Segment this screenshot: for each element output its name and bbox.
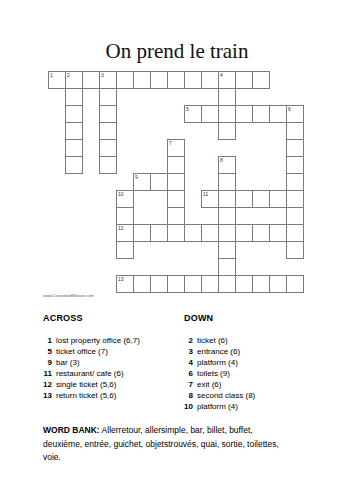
clue-down-3: 3entrance (6)	[183, 346, 323, 357]
grid-cell-r12c12[interactable]	[252, 275, 270, 293]
clue-text: ticket (6)	[197, 335, 228, 346]
cell-number-11: 11	[203, 191, 208, 197]
clue-across-9: 9bar (3)	[42, 357, 182, 368]
cell-number-12: 12	[118, 225, 124, 231]
clue-text: second class (8)	[197, 390, 255, 401]
cell-number-7: 7	[169, 140, 172, 146]
cell-number-13: 13	[118, 276, 124, 282]
grid-cell-r8c7[interactable]	[167, 207, 185, 225]
across-clues-section: ACROSS 1lost property office (6,7)5ticke…	[42, 313, 182, 401]
clue-down-6: 6toilets (9)	[183, 368, 323, 379]
clue-across-13: 13return ticket (5,6)	[42, 390, 182, 401]
clue-down-7: 7exit (6)	[183, 379, 323, 390]
grid-cell-r12c13[interactable]	[269, 275, 287, 293]
grid-cell-r5c7[interactable]	[167, 156, 185, 174]
grid-cell-r12c9[interactable]	[201, 275, 219, 293]
cell-number-2: 2	[67, 72, 70, 78]
clue-text: restaurant/ cafe (6)	[56, 368, 124, 379]
grid-cell-r9c10[interactable]	[218, 224, 236, 242]
grid-cell-r0c7[interactable]	[167, 71, 185, 89]
grid-cell-r3c14[interactable]	[286, 122, 304, 140]
grid-cell-r2c12[interactable]	[252, 105, 270, 123]
credit-url: www.CrosswordWeaver.com	[43, 294, 94, 298]
clue-number: 3	[183, 346, 193, 357]
grid-cell-r12c8[interactable]	[184, 275, 202, 293]
grid-cell-r1c3[interactable]	[99, 88, 117, 106]
clue-text: toilets (9)	[197, 368, 230, 379]
clue-down-2: 2ticket (6)	[183, 335, 323, 346]
across-clue-list: 1lost property office (6,7)5ticket offic…	[42, 335, 182, 401]
grid-cell-r9c14[interactable]	[286, 224, 304, 242]
grid-cell-r9c6[interactable]	[150, 224, 168, 242]
clue-number: 13	[42, 390, 52, 401]
clue-across-1: 1lost property office (6,7)	[42, 335, 182, 346]
cell-number-6: 6	[288, 106, 291, 112]
cell-number-10: 10	[118, 191, 124, 197]
grid-cell-r3c10[interactable]	[218, 122, 236, 140]
grid-cell-r4c3[interactable]	[99, 139, 117, 157]
clue-across-11: 11restaurant/ cafe (6)	[42, 368, 182, 379]
cell-number-5: 5	[186, 106, 189, 112]
grid-cell-r5c14[interactable]	[286, 156, 304, 174]
grid-cell-r0c10[interactable]: 4	[218, 71, 236, 89]
clue-number: 12	[42, 379, 52, 390]
across-header: ACROSS	[42, 313, 182, 323]
grid-cell-r2c11[interactable]	[235, 105, 253, 123]
grid-cell-r2c10[interactable]	[218, 105, 236, 123]
grid-cell-r8c14[interactable]	[286, 207, 304, 225]
grid-cell-r0c11[interactable]	[235, 71, 253, 89]
grid-cell-r3c3[interactable]	[99, 122, 117, 140]
grid-cell-r0c1[interactable]: 2	[65, 71, 83, 89]
grid-cell-r12c11[interactable]	[235, 275, 253, 293]
grid-cell-r4c7[interactable]: 7	[167, 139, 185, 157]
grid-cell-r7c12[interactable]	[252, 190, 270, 208]
grid-cell-r2c1[interactable]	[65, 105, 83, 123]
clue-number: 6	[183, 368, 193, 379]
grid-cell-r0c4[interactable]	[116, 71, 134, 89]
clue-number: 2	[183, 335, 193, 346]
grid-cell-r1c1[interactable]	[65, 88, 83, 106]
grid-cell-r12c5[interactable]	[133, 275, 151, 293]
grid-cell-r7c4[interactable]: 10	[116, 190, 134, 208]
clue-text: single ticket (5,6)	[56, 379, 116, 390]
grid-cell-r6c6[interactable]	[150, 173, 168, 191]
word-bank: WORD BANK: Allerretour, allersimple, bar…	[43, 424, 285, 465]
grid-cell-r5c1[interactable]	[65, 156, 83, 174]
clue-number: 8	[183, 390, 193, 401]
grid-cell-r4c14[interactable]	[286, 139, 304, 157]
grid-cell-r9c5[interactable]	[133, 224, 151, 242]
down-header: DOWN	[183, 313, 323, 323]
grid-cell-r10c10[interactable]	[218, 241, 236, 259]
cell-number-8: 8	[220, 157, 223, 163]
grid-cell-r1c10[interactable]	[218, 88, 236, 106]
grid-cell-r4c1[interactable]	[65, 139, 83, 157]
grid-cell-r2c14[interactable]: 6	[286, 105, 304, 123]
grid-cell-r12c10[interactable]	[218, 275, 236, 293]
grid-cell-r6c7[interactable]	[167, 173, 185, 191]
grid-cell-r0c5[interactable]	[133, 71, 151, 89]
grid-cell-r12c6[interactable]	[150, 275, 168, 293]
grid-cell-r7c13[interactable]	[269, 190, 287, 208]
puzzle-title: On prend le train	[0, 40, 354, 62]
grid-cell-r9c9[interactable]	[201, 224, 219, 242]
clue-down-4: 4platform (4)	[183, 357, 323, 368]
word-bank-label: WORD BANK:	[43, 425, 100, 435]
grid-cell-r7c10[interactable]	[218, 190, 236, 208]
grid-cell-r7c11[interactable]	[235, 190, 253, 208]
cell-number-9: 9	[135, 174, 138, 180]
grid-cell-r0c8[interactable]	[184, 71, 202, 89]
clue-down-10: 10platform (4)	[183, 401, 323, 412]
grid-cell-r7c7[interactable]	[167, 190, 185, 208]
cell-number-1: 1	[50, 72, 53, 78]
clue-text: platform (4)	[197, 401, 238, 412]
grid-cell-r12c14[interactable]	[286, 275, 304, 293]
grid-cell-r0c6[interactable]	[150, 71, 168, 89]
cell-number-4: 4	[220, 72, 223, 78]
clue-text: platform (4)	[197, 357, 238, 368]
grid-cell-r9c11[interactable]	[235, 224, 253, 242]
clue-number: 11	[42, 368, 52, 379]
grid-cell-r5c10[interactable]: 8	[218, 156, 236, 174]
clue-across-5: 5ticket office (7)	[42, 346, 182, 357]
clue-number: 7	[183, 379, 193, 390]
grid-cell-r2c8[interactable]: 5	[184, 105, 202, 123]
grid-cell-r9c7[interactable]	[167, 224, 185, 242]
clue-number: 1	[42, 335, 52, 346]
clue-text: lost property office (6,7)	[56, 335, 140, 346]
grid-cell-r9c13[interactable]	[269, 224, 287, 242]
grid-cell-r5c3[interactable]	[99, 156, 117, 174]
grid-cell-r0c0[interactable]: 1	[48, 71, 66, 89]
clue-text: exit (6)	[197, 379, 221, 390]
clue-text: ticket office (7)	[56, 346, 108, 357]
grid-cell-r0c2[interactable]	[82, 71, 100, 89]
grid-cell-r6c10[interactable]	[218, 173, 236, 191]
clue-text: entrance (6)	[197, 346, 240, 357]
worksheet-page: On prend le train 12345678910111213 www.…	[0, 0, 354, 500]
clue-text: return ticket (5,6)	[56, 390, 116, 401]
grid-cell-r9c12[interactable]	[252, 224, 270, 242]
clue-across-12: 12single ticket (5,6)	[42, 379, 182, 390]
grid-cell-r2c9[interactable]	[201, 105, 219, 123]
grid-cell-r7c9[interactable]: 11	[201, 190, 219, 208]
grid-cell-r6c14[interactable]	[286, 173, 304, 191]
cell-number-3: 3	[101, 72, 104, 78]
grid-cell-r10c14[interactable]	[286, 241, 304, 259]
grid-cell-r8c10[interactable]	[218, 207, 236, 225]
grid-cell-r2c13[interactable]	[269, 105, 287, 123]
grid-cell-r2c3[interactable]	[99, 105, 117, 123]
grid-cell-r12c4[interactable]: 13	[116, 275, 134, 293]
clue-text: bar (3)	[56, 357, 80, 368]
grid-cell-r9c8[interactable]	[184, 224, 202, 242]
clue-number: 9	[42, 357, 52, 368]
grid-cell-r3c1[interactable]	[65, 122, 83, 140]
grid-cell-r6c5[interactable]: 9	[133, 173, 151, 191]
clue-down-8: 8second class (8)	[183, 390, 323, 401]
grid-cell-r9c4[interactable]: 12	[116, 224, 134, 242]
clue-number: 10	[183, 401, 193, 412]
grid-cell-r7c14[interactable]	[286, 190, 304, 208]
crossword-grid: 12345678910111213	[48, 71, 305, 294]
grid-cell-r11c10[interactable]	[218, 258, 236, 276]
grid-cell-r0c3[interactable]: 3	[99, 71, 117, 89]
grid-cell-r0c12[interactable]	[252, 71, 270, 89]
down-clues-section: DOWN 2ticket (6)3entrance (6)4platform (…	[183, 313, 323, 412]
clue-number: 4	[183, 357, 193, 368]
grid-cell-r8c4[interactable]	[116, 207, 134, 225]
grid-cell-r10c4[interactable]	[116, 241, 134, 259]
grid-cell-r0c9[interactable]	[201, 71, 219, 89]
down-clue-list: 2ticket (6)3entrance (6)4platform (4)6to…	[183, 335, 323, 412]
grid-cell-r12c7[interactable]	[167, 275, 185, 293]
clue-number: 5	[42, 346, 52, 357]
